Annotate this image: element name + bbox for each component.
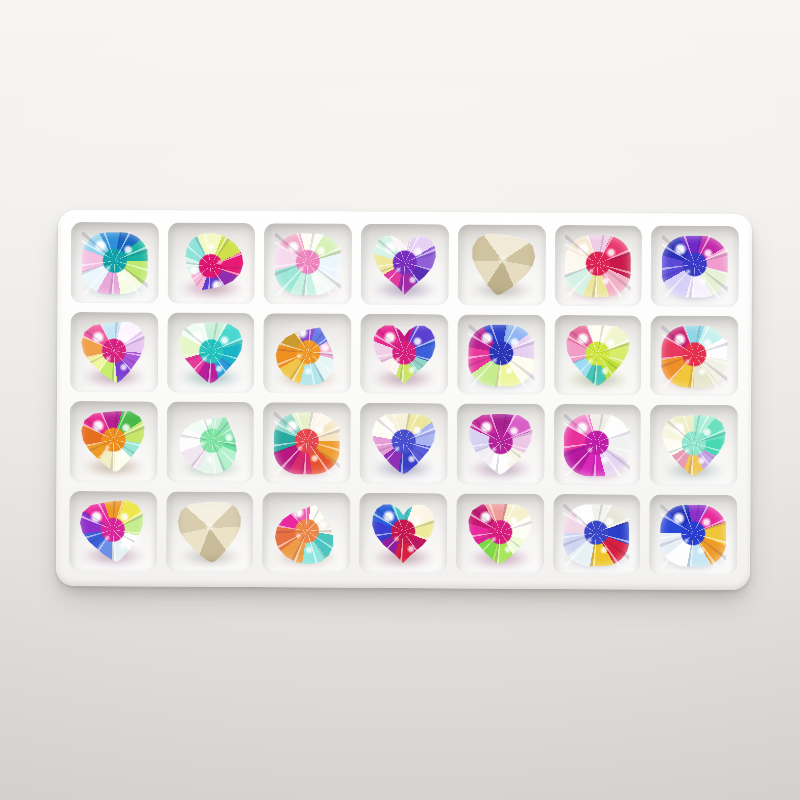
tray-cell-r2c2 xyxy=(167,312,255,393)
gem-wrapper xyxy=(70,311,158,392)
gem-wrapper xyxy=(263,313,351,394)
tray-cell-r4c6 xyxy=(553,493,641,574)
tray-cell-r3c6 xyxy=(553,404,641,485)
gem-wrapper xyxy=(262,492,350,573)
gem-r2c5-cushion xyxy=(468,324,534,386)
gem-r4c6-cushion xyxy=(563,504,629,566)
tray-cell-r1c4 xyxy=(361,224,449,305)
gem-wrapper xyxy=(457,314,545,395)
gem-wrapper xyxy=(167,223,255,304)
gem-wrapper xyxy=(553,404,641,485)
gem-wrapper xyxy=(650,405,738,486)
tray-cell-r2c5 xyxy=(457,314,545,395)
gem-wrapper xyxy=(650,315,738,396)
gem-wrapper xyxy=(167,312,255,393)
tray-cell-r3c1 xyxy=(69,401,157,482)
tray-cell-r1c1 xyxy=(71,222,159,303)
tray-cell-r1c3 xyxy=(264,223,352,304)
tray-cell-r4c4 xyxy=(359,492,447,573)
gem-wrapper xyxy=(360,403,448,484)
tray-cell-r3c4 xyxy=(360,403,448,484)
tray-cell-r1c7 xyxy=(651,226,739,307)
gem-wrapper xyxy=(263,402,351,483)
gem-wrapper xyxy=(69,401,157,482)
gem-wrapper xyxy=(456,403,544,484)
gem-r1c1-cushion xyxy=(81,232,147,294)
gem-r1c6-cushion xyxy=(565,235,631,297)
gem-wrapper xyxy=(361,224,449,305)
gem-wrapper xyxy=(649,494,737,575)
photo-background xyxy=(0,0,800,800)
tray-cell-r2c4 xyxy=(360,313,448,394)
gem-r4c7-cushion xyxy=(660,504,726,566)
gem-r2c3-pear xyxy=(264,312,350,396)
gem-r2c7-cushion xyxy=(661,325,727,387)
gem-wrapper xyxy=(360,313,448,394)
tray-cell-r4c2 xyxy=(166,491,254,572)
gem-wrapper xyxy=(554,225,642,306)
tray-cell-r2c1 xyxy=(70,311,158,392)
tray-cell-r1c2 xyxy=(167,223,255,304)
gem-wrapper xyxy=(456,493,544,574)
tray-cell-r2c3 xyxy=(263,313,351,394)
tray-cell-r2c7 xyxy=(650,315,738,396)
tray-cell-r4c3 xyxy=(262,492,350,573)
tray-cell-r4c5 xyxy=(456,493,544,574)
gem-wrapper xyxy=(651,226,739,307)
gem-r3c3-cushion xyxy=(274,412,340,474)
gem-wrapper xyxy=(166,491,254,572)
tray-cell-r4c7 xyxy=(649,494,737,575)
gem-wrapper xyxy=(457,224,545,305)
tray-cell-r3c7 xyxy=(650,405,738,486)
storage-tray xyxy=(56,210,752,590)
gem-r3c6-cushion xyxy=(564,414,630,476)
gem-wrapper xyxy=(553,493,641,574)
tray-cell-r2c6 xyxy=(554,314,642,395)
gem-r1c3-cushion xyxy=(275,233,341,295)
gem-wrapper xyxy=(166,402,254,483)
gem-wrapper xyxy=(264,223,352,304)
gem-wrapper xyxy=(359,492,447,573)
tray-cell-r3c5 xyxy=(456,403,544,484)
gem-wrapper xyxy=(69,490,157,571)
tray-cell-r3c2 xyxy=(166,402,254,483)
tray-cell-r4c1 xyxy=(69,490,157,571)
tray-cell-r1c6 xyxy=(554,225,642,306)
tray-cell-r1c5 xyxy=(457,224,545,305)
gem-wrapper xyxy=(71,222,159,303)
gem-wrapper xyxy=(554,314,642,395)
tray-grid xyxy=(69,222,739,575)
gem-r1c7-cushion xyxy=(662,236,728,298)
tray-cell-r3c3 xyxy=(263,402,351,483)
